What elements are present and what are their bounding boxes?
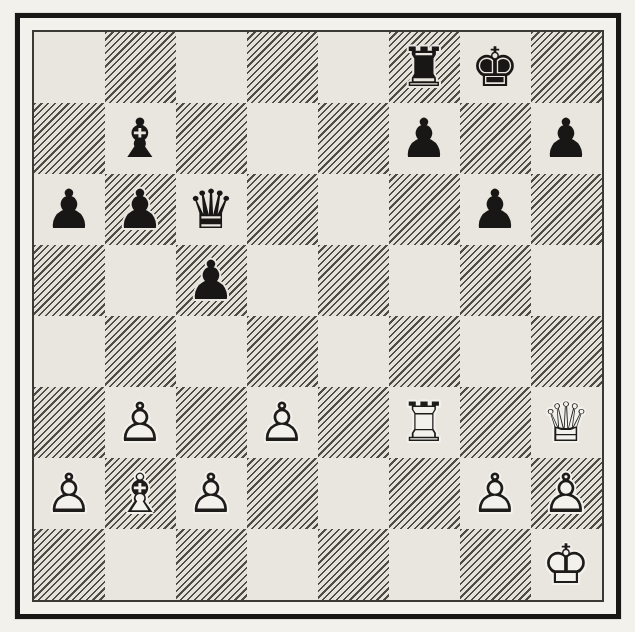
square-c6: ♛ (176, 174, 247, 245)
piece-outline-layer: ♕ (531, 387, 602, 458)
black-king: ♚ (460, 32, 531, 103)
square-f2 (389, 458, 460, 529)
piece-outline-layer: ♔ (531, 529, 602, 600)
square-f3: ♜♖ (389, 387, 460, 458)
square-c4 (176, 316, 247, 387)
square-b7: ♝ (105, 103, 176, 174)
diagram-outer-frame: ♜♚♝♟♟♟♟♛♟♟♟♙♟♙♜♖♛♕♟♙♝♗♟♙♟♙♟♙♚♔ (15, 13, 621, 619)
square-c7 (176, 103, 247, 174)
square-a5 (34, 245, 105, 316)
white-pawn: ♟♙ (34, 458, 105, 529)
square-d1 (247, 529, 318, 600)
square-b1 (105, 529, 176, 600)
square-b5 (105, 245, 176, 316)
square-e1 (318, 529, 389, 600)
white-pawn: ♟♙ (105, 387, 176, 458)
square-a2: ♟♙ (34, 458, 105, 529)
square-e5 (318, 245, 389, 316)
piece-outline-layer: ♙ (176, 458, 247, 529)
square-g6: ♟ (460, 174, 531, 245)
square-g8: ♚ (460, 32, 531, 103)
black-bishop: ♝ (105, 103, 176, 174)
square-c2: ♟♙ (176, 458, 247, 529)
square-a4 (34, 316, 105, 387)
black-pawn: ♟ (531, 103, 602, 174)
black-pawn: ♟ (105, 174, 176, 245)
square-f4 (389, 316, 460, 387)
square-d4 (247, 316, 318, 387)
square-e4 (318, 316, 389, 387)
square-h8 (531, 32, 602, 103)
square-a6: ♟ (34, 174, 105, 245)
black-pawn: ♟ (389, 103, 460, 174)
square-d6 (247, 174, 318, 245)
board-border: ♜♚♝♟♟♟♟♛♟♟♟♙♟♙♜♖♛♕♟♙♝♗♟♙♟♙♟♙♚♔ (32, 30, 604, 602)
square-a7 (34, 103, 105, 174)
piece-outline-layer: ♙ (460, 458, 531, 529)
black-queen: ♛ (176, 174, 247, 245)
square-g2: ♟♙ (460, 458, 531, 529)
square-h4 (531, 316, 602, 387)
square-g4 (460, 316, 531, 387)
square-d8 (247, 32, 318, 103)
square-h5 (531, 245, 602, 316)
square-f6 (389, 174, 460, 245)
square-f1 (389, 529, 460, 600)
square-a8 (34, 32, 105, 103)
piece-outline-layer: ♙ (247, 387, 318, 458)
square-d2 (247, 458, 318, 529)
white-pawn: ♟♙ (176, 458, 247, 529)
square-h2: ♟♙ (531, 458, 602, 529)
square-d3: ♟♙ (247, 387, 318, 458)
square-b2: ♝♗ (105, 458, 176, 529)
square-g1 (460, 529, 531, 600)
piece-outline-layer: ♙ (105, 387, 176, 458)
piece-outline-layer: ♙ (531, 458, 602, 529)
black-pawn: ♟ (460, 174, 531, 245)
square-h6 (531, 174, 602, 245)
square-h3: ♛♕ (531, 387, 602, 458)
white-pawn: ♟♙ (531, 458, 602, 529)
square-c8 (176, 32, 247, 103)
square-e2 (318, 458, 389, 529)
diagram-page: ♜♚♝♟♟♟♟♛♟♟♟♙♟♙♜♖♛♕♟♙♝♗♟♙♟♙♟♙♚♔ (0, 0, 635, 632)
square-e7 (318, 103, 389, 174)
square-b4 (105, 316, 176, 387)
white-pawn: ♟♙ (460, 458, 531, 529)
square-h1: ♚♔ (531, 529, 602, 600)
square-h7: ♟ (531, 103, 602, 174)
square-f5 (389, 245, 460, 316)
square-e8 (318, 32, 389, 103)
square-f8: ♜ (389, 32, 460, 103)
square-b3: ♟♙ (105, 387, 176, 458)
black-rook: ♜ (389, 32, 460, 103)
white-rook: ♜♖ (389, 387, 460, 458)
square-b6: ♟ (105, 174, 176, 245)
white-pawn: ♟♙ (247, 387, 318, 458)
white-bishop: ♝♗ (105, 458, 176, 529)
black-pawn: ♟ (34, 174, 105, 245)
chess-board: ♜♚♝♟♟♟♟♛♟♟♟♙♟♙♜♖♛♕♟♙♝♗♟♙♟♙♟♙♚♔ (34, 32, 602, 600)
square-f7: ♟ (389, 103, 460, 174)
piece-outline-layer: ♖ (389, 387, 460, 458)
square-a3 (34, 387, 105, 458)
square-c3 (176, 387, 247, 458)
piece-outline-layer: ♙ (34, 458, 105, 529)
square-e6 (318, 174, 389, 245)
square-e3 (318, 387, 389, 458)
square-g7 (460, 103, 531, 174)
square-c1 (176, 529, 247, 600)
square-g3 (460, 387, 531, 458)
square-a1 (34, 529, 105, 600)
square-b8 (105, 32, 176, 103)
white-king: ♚♔ (531, 529, 602, 600)
square-g5 (460, 245, 531, 316)
square-d5 (247, 245, 318, 316)
square-d7 (247, 103, 318, 174)
black-pawn: ♟ (176, 245, 247, 316)
white-queen: ♛♕ (531, 387, 602, 458)
square-c5: ♟ (176, 245, 247, 316)
piece-outline-layer: ♗ (105, 458, 176, 529)
